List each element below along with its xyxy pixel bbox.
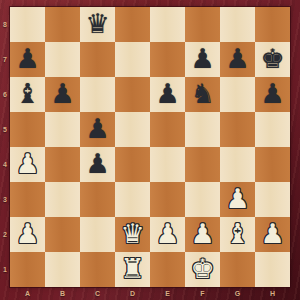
- rank-label-8: 8: [0, 7, 10, 42]
- square-h7: ♚: [255, 42, 290, 77]
- piece-black-pawn-c5: ♟: [85, 115, 109, 142]
- piece-black-pawn-b6: ♟: [50, 80, 74, 107]
- piece-white-pawn-a4: ♟: [15, 150, 39, 177]
- square-a6: ♝: [10, 77, 45, 112]
- square-d7: [115, 42, 150, 77]
- piece-black-queen-c8: ♛: [85, 10, 109, 37]
- square-c8: ♛: [80, 7, 115, 42]
- file-label-h: H: [255, 287, 290, 300]
- piece-white-bishop-g2: ♝: [225, 220, 249, 247]
- square-a7: ♟: [10, 42, 45, 77]
- square-b1: [45, 252, 80, 287]
- square-g6: [220, 77, 255, 112]
- rank-label-3: 3: [0, 182, 10, 217]
- square-a8: [10, 7, 45, 42]
- square-e5: [150, 112, 185, 147]
- square-g2: ♝: [220, 217, 255, 252]
- file-label-g: G: [220, 287, 255, 300]
- square-c7: [80, 42, 115, 77]
- square-c1: [80, 252, 115, 287]
- file-label-b: B: [45, 287, 80, 300]
- square-f7: ♟: [185, 42, 220, 77]
- file-label-e: E: [150, 287, 185, 300]
- piece-white-queen-d2: ♛: [120, 220, 144, 247]
- square-e8: [150, 7, 185, 42]
- piece-white-pawn-f2: ♟: [190, 220, 214, 247]
- square-g7: ♟: [220, 42, 255, 77]
- piece-black-pawn-f7: ♟: [190, 45, 214, 72]
- square-e2: ♟: [150, 217, 185, 252]
- square-f3: [185, 182, 220, 217]
- square-e6: ♟: [150, 77, 185, 112]
- rank-label-2: 2: [0, 217, 10, 252]
- square-b7: [45, 42, 80, 77]
- chess-diagram: ♛♟♟♟♚♝♟♟♞♟♟♟♟♟♟♛♟♟♝♟♜♚ 87654321ABCDEFGH: [0, 0, 300, 300]
- file-label-d: D: [115, 287, 150, 300]
- square-f8: [185, 7, 220, 42]
- piece-white-rook-d1: ♜: [120, 255, 144, 282]
- piece-black-pawn-e6: ♟: [155, 80, 179, 107]
- square-a1: [10, 252, 45, 287]
- piece-black-king-h7: ♚: [260, 45, 284, 72]
- square-d3: [115, 182, 150, 217]
- rank-label-5: 5: [0, 112, 10, 147]
- piece-black-pawn-c4: ♟: [85, 150, 109, 177]
- square-g5: [220, 112, 255, 147]
- square-e4: [150, 147, 185, 182]
- piece-black-knight-f6: ♞: [190, 80, 214, 107]
- square-f6: ♞: [185, 77, 220, 112]
- file-label-f: F: [185, 287, 220, 300]
- square-e1: [150, 252, 185, 287]
- square-c5: ♟: [80, 112, 115, 147]
- square-d4: [115, 147, 150, 182]
- square-a4: ♟: [10, 147, 45, 182]
- rank-label-7: 7: [0, 42, 10, 77]
- rank-label-6: 6: [0, 77, 10, 112]
- square-f4: [185, 147, 220, 182]
- square-h6: ♟: [255, 77, 290, 112]
- piece-black-bishop-a6: ♝: [15, 80, 39, 107]
- square-g8: [220, 7, 255, 42]
- square-h8: [255, 7, 290, 42]
- piece-white-pawn-h2: ♟: [260, 220, 284, 247]
- square-c4: ♟: [80, 147, 115, 182]
- square-f5: [185, 112, 220, 147]
- square-b8: [45, 7, 80, 42]
- square-e7: [150, 42, 185, 77]
- square-e3: [150, 182, 185, 217]
- square-g4: [220, 147, 255, 182]
- square-g3: ♟: [220, 182, 255, 217]
- piece-black-pawn-a7: ♟: [15, 45, 39, 72]
- rank-label-4: 4: [0, 147, 10, 182]
- square-d1: ♜: [115, 252, 150, 287]
- square-h5: [255, 112, 290, 147]
- piece-white-king-f1: ♚: [190, 255, 214, 282]
- piece-white-pawn-g3: ♟: [225, 185, 249, 212]
- square-d2: ♛: [115, 217, 150, 252]
- piece-black-pawn-g7: ♟: [225, 45, 249, 72]
- square-d5: [115, 112, 150, 147]
- square-b6: ♟: [45, 77, 80, 112]
- file-label-a: A: [10, 287, 45, 300]
- square-b3: [45, 182, 80, 217]
- square-b4: [45, 147, 80, 182]
- square-c3: [80, 182, 115, 217]
- piece-white-pawn-e2: ♟: [155, 220, 179, 247]
- square-h3: [255, 182, 290, 217]
- square-f1: ♚: [185, 252, 220, 287]
- square-h1: [255, 252, 290, 287]
- piece-black-pawn-h6: ♟: [260, 80, 284, 107]
- piece-white-pawn-a2: ♟: [15, 220, 39, 247]
- rank-label-1: 1: [0, 252, 10, 287]
- chess-board: ♛♟♟♟♚♝♟♟♞♟♟♟♟♟♟♛♟♟♝♟♜♚: [10, 7, 290, 287]
- square-b5: [45, 112, 80, 147]
- square-b2: [45, 217, 80, 252]
- square-g1: [220, 252, 255, 287]
- file-label-c: C: [80, 287, 115, 300]
- square-h2: ♟: [255, 217, 290, 252]
- square-d8: [115, 7, 150, 42]
- square-h4: [255, 147, 290, 182]
- square-d6: [115, 77, 150, 112]
- square-a3: [10, 182, 45, 217]
- square-f2: ♟: [185, 217, 220, 252]
- square-c2: [80, 217, 115, 252]
- square-a2: ♟: [10, 217, 45, 252]
- square-a5: [10, 112, 45, 147]
- square-c6: [80, 77, 115, 112]
